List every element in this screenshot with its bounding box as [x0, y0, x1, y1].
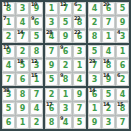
cage-sum-r1c6: 6 — [74, 2, 77, 7]
digit-r5c9: 6 — [120, 62, 126, 70]
cell-r3c3[interactable]: 5 — [30, 30, 43, 43]
sudoku-box-grid: 1183109714962147511276235228284922642065… — [2, 2, 129, 129]
cell-r3c4[interactable]: 284 — [45, 30, 58, 43]
cell-r5c3[interactable]: 123 — [30, 59, 43, 72]
digit-r7c2: 8 — [20, 91, 26, 99]
cell-r1c2[interactable]: 3 — [16, 2, 29, 15]
cage-sum-r9c5: 9 — [60, 116, 63, 121]
cell-r9c6[interactable]: 5 — [73, 116, 86, 129]
cell-r1c6[interactable]: 62 — [73, 2, 86, 15]
cell-r7c1[interactable]: 383 — [2, 88, 15, 101]
cell-r5c1[interactable]: 4 — [2, 59, 15, 72]
digit-r1c6: 2 — [77, 5, 83, 13]
digit-r9c2: 1 — [20, 119, 26, 127]
digit-r4c7: 5 — [92, 48, 98, 56]
cell-r3c7[interactable]: 8 — [88, 30, 101, 43]
digit-r6c6: 4 — [77, 76, 83, 84]
cell-r5c6[interactable]: 1 — [73, 59, 86, 72]
digit-r5c4: 9 — [49, 62, 55, 70]
cell-r8c6[interactable]: 7 — [73, 102, 86, 115]
box-8: 219176378945 — [45, 88, 86, 129]
cell-r5c9[interactable]: 6 — [116, 59, 129, 72]
cage-sum-r6c3: 15 — [31, 73, 37, 78]
digit-r3c5: 9 — [63, 33, 69, 41]
digit-r7c6: 9 — [77, 91, 83, 99]
cage-sum-r8c9: 15 — [117, 102, 123, 107]
cell-r6c7[interactable]: 3 — [88, 73, 101, 86]
cell-r3c9[interactable]: 43 — [116, 30, 129, 43]
cell-r8c5[interactable]: 3 — [59, 102, 72, 115]
digit-r1c2: 3 — [20, 5, 26, 13]
box-6: 5412371486314962 — [88, 45, 129, 86]
digit-r8c1: 5 — [6, 105, 12, 113]
cage-sum-r1c8: 20 — [103, 2, 109, 7]
digit-r8c7: 1 — [92, 105, 98, 113]
digit-r6c4: 5 — [49, 76, 55, 84]
cell-r1c5[interactable]: 127 — [59, 2, 72, 15]
cell-r8c7[interactable]: 1 — [88, 102, 101, 115]
cell-r1c4[interactable]: 1 — [45, 2, 58, 15]
digit-r4c9: 1 — [120, 48, 126, 56]
cell-r2c7[interactable]: 2 — [88, 16, 101, 29]
digit-r7c5: 1 — [63, 91, 69, 99]
cell-r9c1[interactable]: 6 — [2, 116, 15, 129]
cell-r2c8[interactable]: 7 — [102, 16, 115, 29]
digit-r4c6: 3 — [77, 48, 83, 56]
cage-sum-r4c5: 9 — [60, 45, 63, 50]
cell-r3c6[interactable]: 226 — [73, 30, 86, 43]
box-4: 13928418512376151 — [2, 45, 43, 86]
cage-sum-r3c4: 28 — [46, 30, 52, 35]
digit-r7c9: 4 — [120, 91, 126, 99]
digit-r2c7: 2 — [92, 19, 98, 27]
digit-r2c4: 3 — [49, 19, 55, 27]
digit-r9c6: 5 — [77, 119, 83, 127]
cell-r4c4[interactable]: 7 — [45, 45, 58, 58]
cell-r7c7[interactable]: 146 — [88, 88, 101, 101]
digit-r7c4: 2 — [49, 91, 55, 99]
cell-r7c3[interactable]: 7 — [30, 88, 43, 101]
cell-r7c6[interactable]: 9 — [73, 88, 86, 101]
cell-r6c6[interactable]: 4 — [73, 73, 86, 86]
killer-sudoku-screen: 1183109714962147511276235228284922642065… — [0, 0, 133, 133]
cage-sum-r6c9: 6 — [117, 73, 120, 78]
cell-r2c4[interactable]: 3 — [45, 16, 58, 29]
digit-r2c9: 9 — [120, 19, 126, 27]
cell-r4c9[interactable]: 1 — [116, 45, 129, 58]
cell-r5c7[interactable]: 237 — [88, 59, 101, 72]
digit-r7c8: 5 — [106, 91, 112, 99]
cell-r9c9[interactable]: 7 — [116, 116, 129, 129]
cell-r4c5[interactable]: 96 — [59, 45, 72, 58]
box-3: 420652798143 — [88, 2, 129, 43]
cell-r8c9[interactable]: 158 — [116, 102, 129, 115]
digit-r4c8: 4 — [106, 48, 112, 56]
cell-r9c8[interactable]: 3 — [102, 116, 115, 129]
box-1: 11831097149621475 — [2, 2, 43, 43]
cage-sum-r5c7: 23 — [89, 59, 95, 64]
cell-r1c1[interactable]: 118 — [2, 2, 15, 15]
box-5: 79639215984 — [45, 45, 86, 86]
digit-r8c6: 7 — [77, 105, 83, 113]
cell-r5c4[interactable]: 9 — [45, 59, 58, 72]
digit-r5c6: 1 — [77, 62, 83, 70]
digit-r1c7: 4 — [92, 5, 98, 13]
digit-r3c1: 2 — [6, 33, 12, 41]
cell-r5c8[interactable]: 148 — [102, 59, 115, 72]
cage-sum-r5c2: 18 — [17, 59, 23, 64]
cage-sum-r7c7: 14 — [89, 88, 95, 93]
digit-r2c3: 6 — [34, 19, 40, 27]
cell-r3c8[interactable]: 1 — [102, 30, 115, 43]
cell-r7c9[interactable]: 4 — [116, 88, 129, 101]
digit-r9c9: 7 — [120, 119, 126, 127]
cell-r2c1[interactable]: 71 — [2, 16, 15, 29]
cage-sum-r2c1: 7 — [3, 16, 6, 21]
cell-r1c8[interactable]: 206 — [102, 2, 115, 15]
cell-r4c6[interactable]: 3 — [73, 45, 86, 58]
digit-r8c3: 4 — [34, 105, 40, 113]
box-7: 38387594612 — [2, 88, 43, 129]
cell-r2c5[interactable]: 5 — [59, 16, 72, 29]
cell-r2c6[interactable]: 228 — [73, 16, 86, 29]
cell-r5c5[interactable]: 2 — [59, 59, 72, 72]
cell-r4c8[interactable]: 4 — [102, 45, 115, 58]
cage-sum-r3c2: 14 — [17, 30, 23, 35]
digit-r9c4: 8 — [49, 119, 55, 127]
digit-r1c4: 1 — [49, 5, 55, 13]
cage-sum-r6c5: 9 — [60, 73, 63, 78]
sudoku-board: 1183109714962147511276235228284922642065… — [0, 0, 131, 131]
cell-r4c3[interactable]: 8 — [30, 45, 43, 58]
cell-r6c3[interactable]: 151 — [30, 73, 43, 86]
digit-r2c8: 7 — [106, 19, 112, 27]
digit-r2c5: 5 — [63, 19, 69, 27]
cell-r8c2[interactable]: 9 — [16, 102, 29, 115]
digit-r6c1: 7 — [6, 76, 12, 84]
digit-r7c3: 7 — [34, 91, 40, 99]
cell-r6c9[interactable]: 62 — [116, 73, 129, 86]
digit-r3c7: 8 — [92, 33, 98, 41]
cage-sum-r1c3: 10 — [31, 2, 37, 7]
cage-sum-r6c8: 14 — [103, 73, 109, 78]
digit-r4c3: 8 — [34, 48, 40, 56]
cell-r1c3[interactable]: 109 — [30, 2, 43, 15]
digit-r8c5: 3 — [63, 105, 69, 113]
digit-r4c2: 2 — [20, 48, 26, 56]
digit-r2c2: 4 — [20, 19, 26, 27]
digit-r6c7: 3 — [92, 76, 98, 84]
digit-r4c5: 6 — [63, 48, 69, 56]
cell-r9c2[interactable]: 1 — [16, 116, 29, 129]
cell-r8c8[interactable]: 142 — [102, 102, 115, 115]
digit-r9c8: 3 — [106, 119, 112, 127]
digit-r9c5: 4 — [63, 119, 69, 127]
digit-r9c3: 2 — [34, 119, 40, 127]
cell-r1c7[interactable]: 4 — [88, 2, 101, 15]
digit-r5c1: 4 — [6, 62, 12, 70]
digit-r4c4: 7 — [49, 48, 55, 56]
box-9: 146541142158937 — [88, 88, 129, 129]
cell-r2c3[interactable]: 96 — [30, 16, 43, 29]
cage-sum-r2c3: 9 — [31, 16, 34, 21]
cell-r9c5[interactable]: 94 — [59, 116, 72, 129]
digit-r5c5: 2 — [63, 62, 69, 70]
cell-r6c4[interactable]: 5 — [45, 73, 58, 86]
cell-r7c8[interactable]: 5 — [102, 88, 115, 101]
cell-r9c3[interactable]: 2 — [30, 116, 43, 129]
digit-r2c1: 1 — [6, 19, 12, 27]
cage-sum-r3c9: 4 — [117, 30, 120, 35]
cell-r6c5[interactable]: 98 — [59, 73, 72, 86]
cell-r6c2[interactable]: 6 — [16, 73, 29, 86]
cell-r3c1[interactable]: 2 — [2, 30, 15, 43]
digit-r6c9: 2 — [120, 76, 126, 84]
cell-r2c9[interactable]: 9 — [116, 16, 129, 29]
digit-r8c2: 9 — [20, 105, 26, 113]
cell-r5c2[interactable]: 185 — [16, 59, 29, 72]
cell-r3c2[interactable]: 147 — [16, 30, 29, 43]
cell-r7c4[interactable]: 2 — [45, 88, 58, 101]
cage-sum-r1c5: 12 — [60, 2, 66, 7]
cell-r8c4[interactable]: 176 — [45, 102, 58, 115]
box-2: 112762352282849226 — [45, 2, 86, 43]
cell-r4c1[interactable]: 139 — [2, 45, 15, 58]
cage-sum-r8c8: 14 — [103, 102, 109, 107]
cell-r8c3[interactable]: 4 — [30, 102, 43, 115]
cage-sum-r8c4: 17 — [46, 102, 52, 107]
cage-sum-r3c6: 22 — [74, 30, 80, 35]
cage-sum-r1c1: 11 — [3, 2, 9, 7]
cage-sum-r2c6: 22 — [74, 16, 80, 21]
cell-r6c8[interactable]: 149 — [102, 73, 115, 86]
cell-r9c7[interactable]: 9 — [88, 116, 101, 129]
digit-r9c1: 6 — [6, 119, 12, 127]
cage-sum-r7c1: 38 — [3, 88, 9, 93]
cell-r4c2[interactable]: 2 — [16, 45, 29, 58]
digit-r3c8: 1 — [106, 33, 112, 41]
cage-sum-r5c8: 14 — [103, 59, 109, 64]
cell-r2c2[interactable]: 4 — [16, 16, 29, 29]
digit-r6c5: 8 — [63, 76, 69, 84]
cage-sum-r5c3: 12 — [31, 59, 37, 64]
digit-r6c2: 6 — [20, 76, 26, 84]
digit-r1c9: 5 — [120, 5, 126, 13]
cage-sum-r4c1: 13 — [3, 45, 9, 50]
cell-r4c7[interactable]: 5 — [88, 45, 101, 58]
digit-r3c3: 5 — [34, 33, 40, 41]
cell-r6c1[interactable]: 7 — [2, 73, 15, 86]
cell-r1c9[interactable]: 5 — [116, 2, 129, 15]
cell-r8c1[interactable]: 5 — [2, 102, 15, 115]
cell-r3c5[interactable]: 9 — [59, 30, 72, 43]
cell-r9c4[interactable]: 8 — [45, 116, 58, 129]
cell-r7c2[interactable]: 8 — [16, 88, 29, 101]
digit-r3c9: 3 — [120, 33, 126, 41]
cell-r7c5[interactable]: 1 — [59, 88, 72, 101]
digit-r9c7: 9 — [92, 119, 98, 127]
